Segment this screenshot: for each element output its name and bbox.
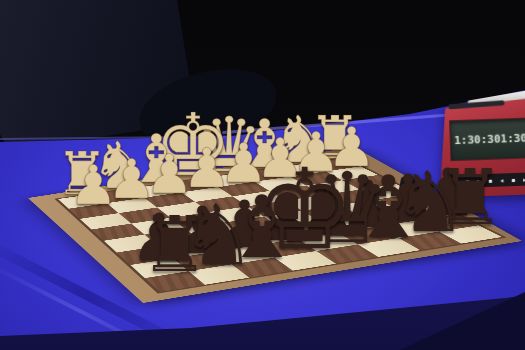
clock-time-left: 1:30:30 — [454, 132, 501, 147]
piece-white-pawn-h2[interactable]: ♟ — [69, 159, 118, 213]
piece-black-rook-h8[interactable]: ♜ — [140, 208, 209, 285]
clock-time-right: 1:30:3 — [500, 131, 525, 145]
scene: ♜♞♝♛♚♝♞♜♟♟♟♟♟♟♟♟♟♟♟♟♟♟♟♟♜♞♝♛♚♝♞♜ 1:30:30… — [0, 0, 525, 350]
